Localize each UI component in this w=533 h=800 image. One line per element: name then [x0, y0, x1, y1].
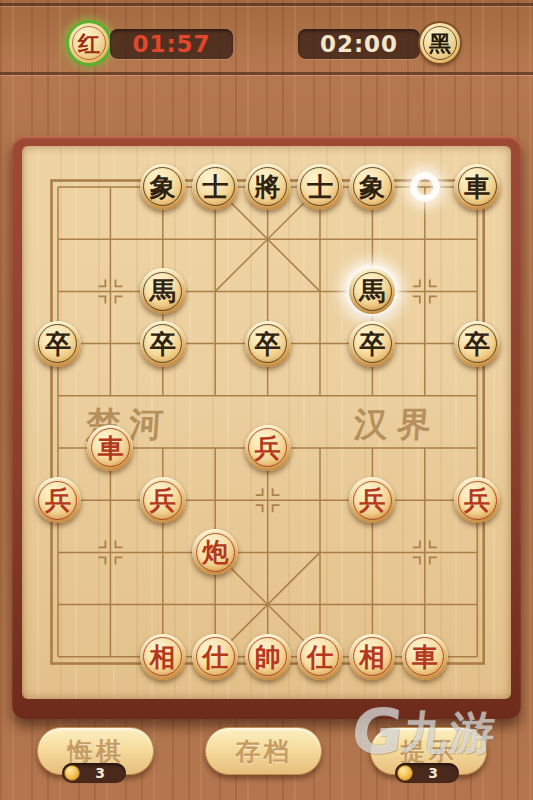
piece-character: 炮: [202, 539, 228, 565]
piece-black-卒-c4r3[interactable]: 卒: [245, 321, 291, 367]
piece-black-馬-c2r2[interactable]: 馬: [140, 268, 186, 314]
piece-character: 卒: [255, 331, 281, 357]
piece-red-仕-c5r9[interactable]: 仕: [297, 634, 343, 680]
piece-black-象-c6r0[interactable]: 象: [349, 164, 395, 210]
piece-red-兵-c4r5[interactable]: 兵: [245, 425, 291, 471]
piece-character: 兵: [464, 487, 490, 513]
piece-layer: 象士將士象車馬馬卒卒卒卒卒車兵兵兵兵兵炮相仕帥仕相車: [32, 161, 504, 683]
black-timer: 02:00: [298, 29, 420, 59]
piece-black-卒-c8r3[interactable]: 卒: [454, 321, 500, 367]
save-game-button[interactable]: 存档: [205, 727, 322, 775]
last-move-origin-marker: [410, 172, 440, 202]
piece-character: 相: [150, 644, 176, 670]
piece-character: 將: [255, 174, 281, 200]
piece-black-卒-c2r3[interactable]: 卒: [140, 321, 186, 367]
topbar-bottom-groove-line: [0, 72, 533, 75]
piece-red-車-c1r5[interactable]: 車: [87, 425, 133, 471]
piece-red-兵-c0r6[interactable]: 兵: [35, 477, 81, 523]
piece-character: 卒: [359, 331, 385, 357]
top-groove-line: [0, 3, 533, 6]
piece-black-車-c8r0[interactable]: 車: [454, 164, 500, 210]
piece-character: 兵: [255, 435, 281, 461]
red-timer-value: 01:57: [132, 31, 210, 57]
piece-black-馬-c6r2[interactable]: 馬: [349, 268, 395, 314]
piece-character: 仕: [202, 644, 228, 670]
piece-character: 馬: [359, 278, 385, 304]
black-player-label: 黑: [429, 32, 451, 54]
piece-red-兵-c2r6[interactable]: 兵: [140, 477, 186, 523]
piece-black-士-c3r0[interactable]: 士: [192, 164, 238, 210]
piece-character: 車: [97, 435, 123, 461]
piece-red-兵-c8r6[interactable]: 兵: [454, 477, 500, 523]
coin-icon: [64, 765, 80, 781]
piece-character: 車: [464, 174, 490, 200]
piece-character: 象: [150, 174, 176, 200]
piece-red-相-c6r9[interactable]: 相: [349, 634, 395, 680]
board-frame: 楚河 汉界 象士將士象車馬馬卒卒卒卒卒車兵兵兵兵兵炮相仕帥仕相車: [12, 136, 521, 719]
piece-black-卒-c0r3[interactable]: 卒: [35, 321, 81, 367]
piece-character: 象: [359, 174, 385, 200]
piece-character: 兵: [45, 487, 71, 513]
piece-character: 卒: [45, 331, 71, 357]
piece-character: 兵: [359, 487, 385, 513]
red-player-label: 红: [78, 32, 100, 54]
piece-character: 卒: [464, 331, 490, 357]
xiangqi-board[interactable]: 楚河 汉界 象士將士象車馬馬卒卒卒卒卒車兵兵兵兵兵炮相仕帥仕相車: [22, 146, 511, 699]
piece-character: 馬: [150, 278, 176, 304]
save-button-label: 存档: [236, 735, 292, 768]
black-player-avatar: 黑: [420, 23, 460, 63]
piece-red-仕-c3r9[interactable]: 仕: [192, 634, 238, 680]
piece-red-相-c2r9[interactable]: 相: [140, 634, 186, 680]
piece-character: 士: [202, 174, 228, 200]
piece-red-炮-c3r7[interactable]: 炮: [192, 529, 238, 575]
piece-character: 卒: [150, 331, 176, 357]
hint-count-badge: 3: [395, 763, 459, 783]
piece-black-將-c4r0[interactable]: 將: [245, 164, 291, 210]
red-timer: 01:57: [110, 29, 233, 59]
piece-red-帥-c4r9[interactable]: 帥: [245, 634, 291, 680]
piece-character: 仕: [307, 644, 333, 670]
piece-character: 士: [307, 174, 333, 200]
piece-red-車-c7r9[interactable]: 車: [402, 634, 448, 680]
black-timer-value: 02:00: [320, 31, 398, 57]
xiangqi-app: { "game": "xiangqi (Chinese chess)", "po…: [0, 0, 533, 800]
coin-icon: [397, 765, 413, 781]
undo-count-badge: 3: [62, 763, 126, 783]
red-player-avatar-active: 红: [69, 23, 109, 63]
piece-character: 帥: [255, 644, 281, 670]
piece-character: 相: [359, 644, 385, 670]
piece-black-士-c5r0[interactable]: 士: [297, 164, 343, 210]
piece-red-兵-c6r6[interactable]: 兵: [349, 477, 395, 523]
piece-character: 車: [412, 644, 438, 670]
piece-character: 兵: [150, 487, 176, 513]
hint-count-value: 3: [413, 765, 453, 781]
piece-black-卒-c6r3[interactable]: 卒: [349, 321, 395, 367]
undo-count-value: 3: [80, 765, 120, 781]
piece-black-象-c2r0[interactable]: 象: [140, 164, 186, 210]
